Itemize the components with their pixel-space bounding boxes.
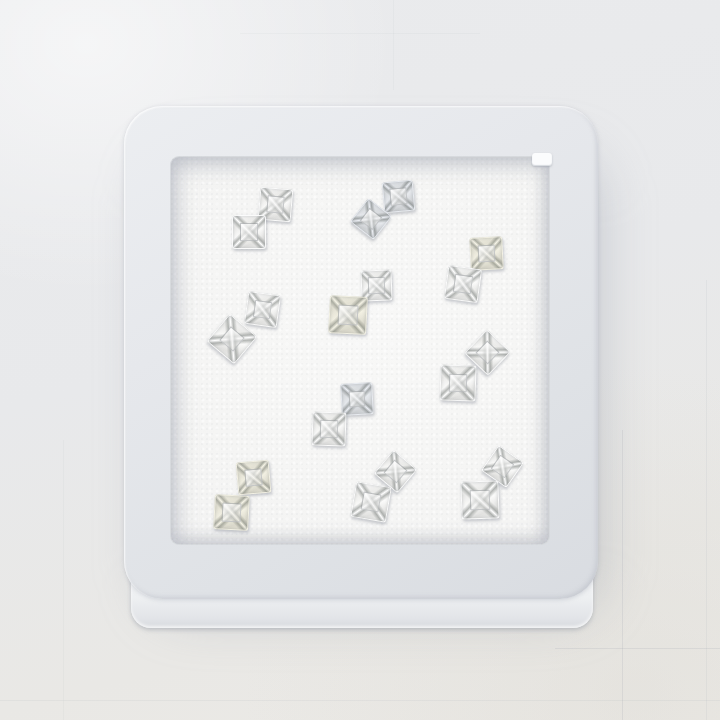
gem: [444, 265, 482, 303]
gem: [328, 295, 368, 335]
gem: [350, 481, 392, 523]
gem: [235, 459, 271, 495]
gem: [243, 290, 280, 327]
gem-layer: [0, 0, 720, 720]
gem: [469, 236, 504, 271]
gem: [439, 364, 476, 401]
gem: [232, 215, 266, 249]
gem: [460, 480, 499, 519]
gem: [311, 411, 346, 446]
gem: [213, 494, 250, 531]
gem: [340, 382, 374, 416]
gem: [381, 179, 415, 213]
